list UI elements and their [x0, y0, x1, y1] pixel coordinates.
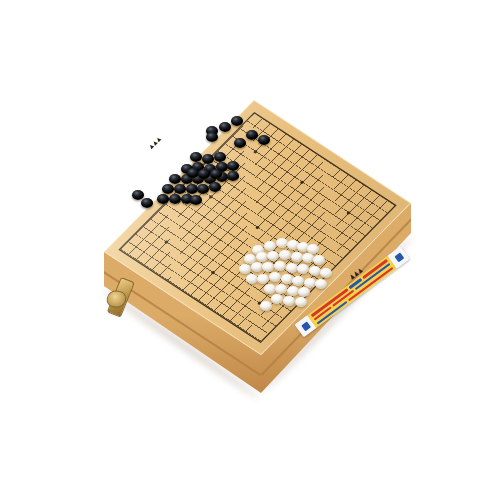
black-stone: [169, 174, 181, 184]
white-stone: [295, 297, 307, 307]
black-stone: [227, 171, 239, 181]
white-stone: [239, 264, 251, 274]
product-photo-scene: [0, 0, 500, 500]
black-stone: [209, 182, 221, 192]
white-stone: [260, 301, 272, 311]
white-stone: [274, 261, 286, 271]
black-stone: [169, 194, 181, 204]
black-stone: [198, 169, 210, 179]
black-stone: [227, 161, 239, 171]
white-stone: [267, 251, 279, 261]
black-stone: [206, 132, 218, 142]
white-stone: [275, 284, 287, 294]
black-stone: [202, 154, 214, 164]
black-stone: [246, 130, 258, 140]
white-stone: [283, 296, 295, 306]
white-stone: [313, 255, 325, 265]
white-stone: [315, 279, 327, 289]
white-stone: [269, 272, 281, 282]
black-stone: [231, 116, 243, 126]
white-stone: [298, 287, 310, 297]
white-stone: [271, 294, 283, 304]
white-stone: [264, 241, 276, 251]
black-stone: [190, 152, 202, 162]
black-stone: [174, 184, 186, 194]
white-stone: [262, 262, 274, 272]
white-stone: [279, 250, 291, 260]
black-stone: [190, 195, 202, 205]
black-stone: [219, 122, 231, 132]
black-stone: [197, 184, 209, 194]
white-stone: [257, 274, 269, 284]
stones-layer: [0, 0, 500, 500]
black-stone: [162, 184, 174, 194]
white-stone: [320, 268, 332, 278]
blue-emblem-icon: [301, 321, 311, 331]
black-stone: [234, 138, 246, 148]
white-stone: [297, 264, 309, 274]
black-stone: [210, 169, 222, 179]
blue-emblem-icon: [394, 252, 404, 262]
white-stone: [292, 276, 304, 286]
black-stone: [141, 198, 153, 208]
black-stone: [157, 194, 169, 204]
black-stone: [258, 135, 270, 145]
black-stone: [214, 152, 226, 162]
